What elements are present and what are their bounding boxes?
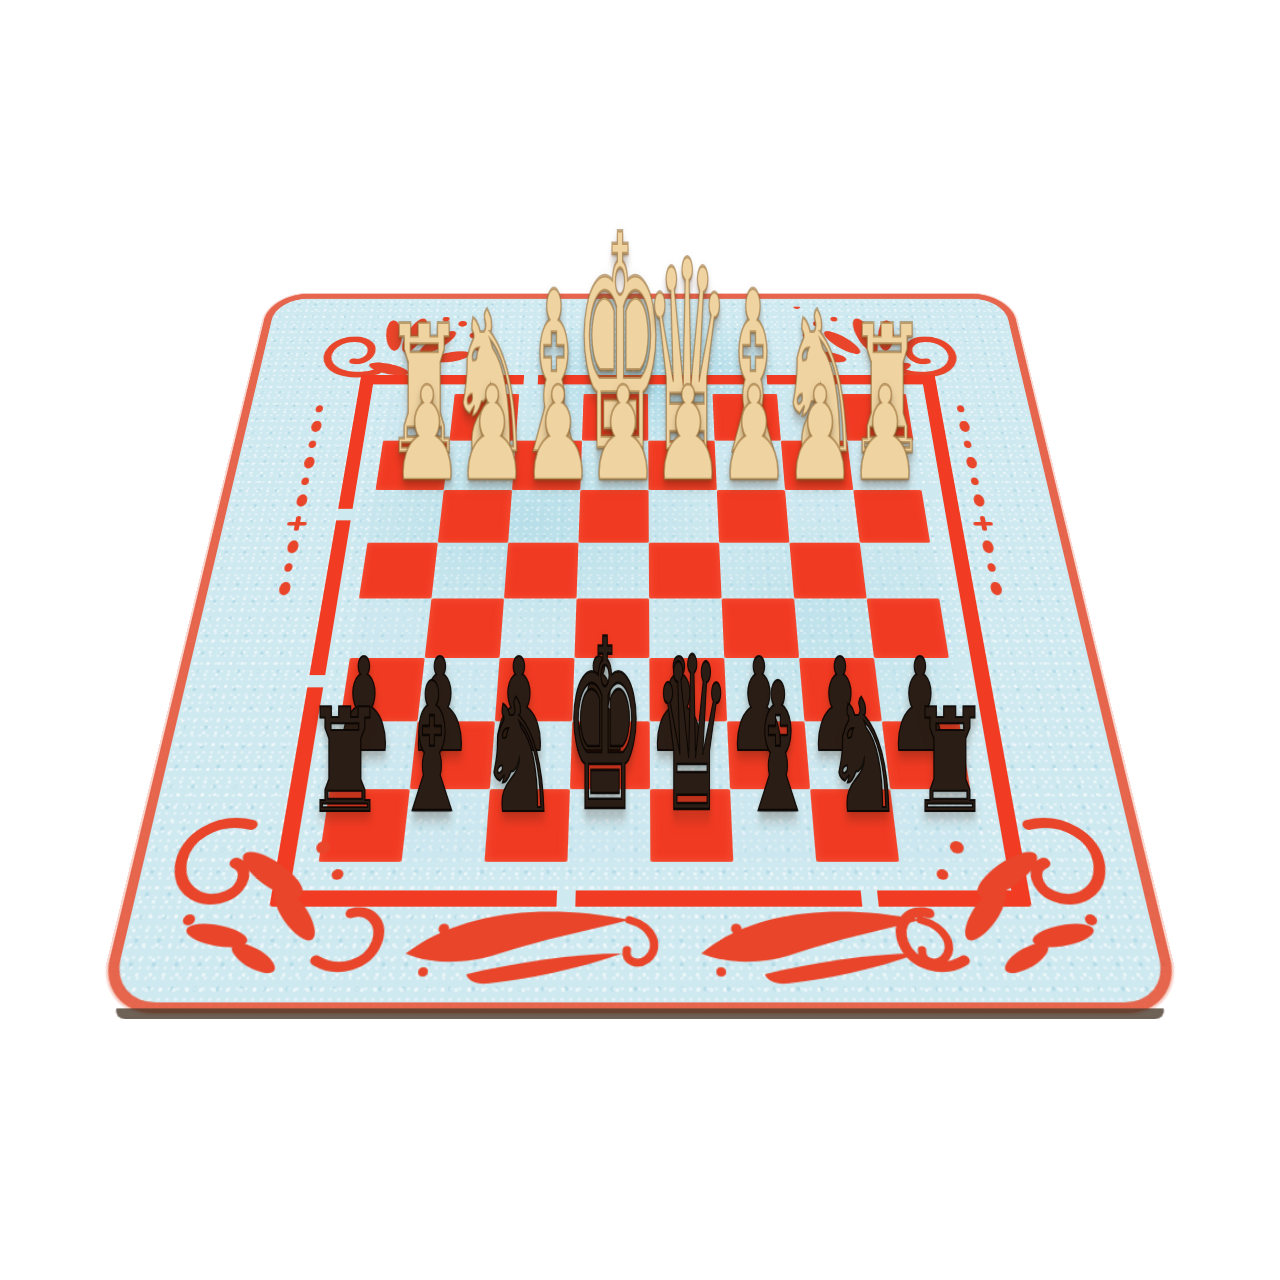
wave-flourish-bottom-right-icon — [692, 885, 961, 993]
piece-white-pawn[interactable]: ♟ — [587, 386, 659, 484]
piece-black-bishop[interactable]: ♝ — [740, 681, 815, 815]
piece-black-queen[interactable]: ♛ — [654, 656, 730, 815]
cross-motif-icon — [972, 516, 994, 531]
photo-stage: ♜♞♝♚♛♝♞♜♟♟♟♟♟♟♟♟♟♟♟♟♟♟♟♟♜♝♞♚♛♝♞♜ — [0, 0, 1280, 1280]
piece-black-rook[interactable]: ♜ — [910, 707, 989, 815]
square-r4c5[interactable] — [649, 543, 722, 599]
piece-black-rook[interactable]: ♜ — [305, 707, 384, 815]
wave-flourish-bottom-left-icon — [394, 885, 661, 993]
corner-scroll-bottom-left-icon — [127, 789, 434, 1005]
square-r4c1[interactable] — [359, 543, 438, 599]
square-r4c2[interactable] — [431, 543, 508, 599]
dotted-ornament-left — [273, 405, 329, 595]
cross-motif-icon — [286, 516, 308, 531]
piece-white-pawn[interactable]: ♟ — [652, 386, 724, 484]
piece-white-pawn[interactable]: ♟ — [718, 386, 790, 484]
piece-black-knight[interactable]: ♞ — [825, 697, 903, 815]
piece-white-pawn[interactable]: ♟ — [784, 386, 856, 484]
square-r4c8[interactable] — [860, 543, 939, 599]
square-r4c6[interactable] — [719, 543, 794, 599]
piece-white-pawn[interactable]: ♟ — [456, 386, 528, 484]
piece-white-pawn[interactable]: ♟ — [849, 386, 921, 484]
piece-black-knight[interactable]: ♞ — [480, 697, 558, 815]
piece-white-pawn[interactable]: ♟ — [522, 386, 594, 484]
square-r4c7[interactable] — [789, 543, 866, 599]
piece-black-king[interactable]: ♚ — [565, 638, 645, 815]
piece-white-pawn[interactable]: ♟ — [391, 386, 463, 484]
piece-black-bishop[interactable]: ♝ — [394, 681, 469, 815]
